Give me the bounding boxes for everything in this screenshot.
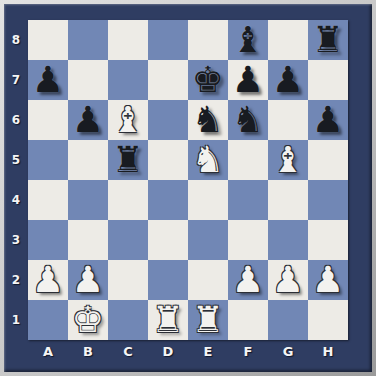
square-e4[interactable] bbox=[188, 180, 228, 220]
piece-black-pawn[interactable]: ♟ bbox=[32, 60, 64, 100]
square-e8[interactable] bbox=[188, 20, 228, 60]
piece-black-rook[interactable]: ♜ bbox=[112, 140, 144, 180]
square-h5[interactable] bbox=[308, 140, 348, 180]
chess-board: ♝♜♟♚♟♟♟♝♞♞♟♜♞♝♟♟♟♟♟♚♜♜ bbox=[28, 20, 348, 340]
square-b8[interactable] bbox=[68, 20, 108, 60]
square-b1[interactable]: ♚ bbox=[68, 300, 108, 340]
file-label-b: B bbox=[68, 340, 108, 366]
square-h6[interactable]: ♟ bbox=[308, 100, 348, 140]
square-f5[interactable] bbox=[228, 140, 268, 180]
square-e7[interactable]: ♚ bbox=[188, 60, 228, 100]
square-h1[interactable] bbox=[308, 300, 348, 340]
rank-label-5: 5 bbox=[4, 140, 28, 180]
piece-black-rook[interactable]: ♜ bbox=[312, 20, 344, 60]
square-d3[interactable] bbox=[148, 220, 188, 260]
rank-label-4: 4 bbox=[4, 180, 28, 220]
square-g8[interactable] bbox=[268, 20, 308, 60]
piece-white-king[interactable]: ♚ bbox=[72, 300, 104, 340]
square-c5[interactable]: ♜ bbox=[108, 140, 148, 180]
file-label-g: G bbox=[268, 340, 308, 366]
rank-label-2: 2 bbox=[4, 260, 28, 300]
square-g3[interactable] bbox=[268, 220, 308, 260]
square-c6[interactable]: ♝ bbox=[108, 100, 148, 140]
square-c3[interactable] bbox=[108, 220, 148, 260]
square-d2[interactable] bbox=[148, 260, 188, 300]
square-a4[interactable] bbox=[28, 180, 68, 220]
piece-white-bishop[interactable]: ♝ bbox=[112, 100, 144, 140]
square-b5[interactable] bbox=[68, 140, 108, 180]
square-b3[interactable] bbox=[68, 220, 108, 260]
square-e2[interactable] bbox=[188, 260, 228, 300]
rank-label-7: 7 bbox=[4, 60, 28, 100]
piece-white-pawn[interactable]: ♟ bbox=[72, 260, 104, 300]
piece-black-king[interactable]: ♚ bbox=[192, 60, 224, 100]
piece-black-pawn[interactable]: ♟ bbox=[272, 60, 304, 100]
piece-white-rook[interactable]: ♜ bbox=[152, 300, 184, 340]
square-b4[interactable] bbox=[68, 180, 108, 220]
square-d8[interactable] bbox=[148, 20, 188, 60]
square-a2[interactable]: ♟ bbox=[28, 260, 68, 300]
piece-white-pawn[interactable]: ♟ bbox=[312, 260, 344, 300]
piece-white-pawn[interactable]: ♟ bbox=[232, 260, 264, 300]
file-label-a: A bbox=[28, 340, 68, 366]
square-d1[interactable]: ♜ bbox=[148, 300, 188, 340]
rank-label-1: 1 bbox=[4, 300, 28, 340]
square-f1[interactable] bbox=[228, 300, 268, 340]
square-b6[interactable]: ♟ bbox=[68, 100, 108, 140]
square-e3[interactable] bbox=[188, 220, 228, 260]
file-label-h: H bbox=[308, 340, 348, 366]
square-h2[interactable]: ♟ bbox=[308, 260, 348, 300]
square-a5[interactable] bbox=[28, 140, 68, 180]
square-f2[interactable]: ♟ bbox=[228, 260, 268, 300]
square-f8[interactable]: ♝ bbox=[228, 20, 268, 60]
square-a8[interactable] bbox=[28, 20, 68, 60]
square-d4[interactable] bbox=[148, 180, 188, 220]
rank-label-3: 3 bbox=[4, 220, 28, 260]
file-labels: ABCDEFGH bbox=[28, 340, 348, 372]
square-h3[interactable] bbox=[308, 220, 348, 260]
square-e6[interactable]: ♞ bbox=[188, 100, 228, 140]
square-a7[interactable]: ♟ bbox=[28, 60, 68, 100]
piece-black-bishop[interactable]: ♝ bbox=[232, 20, 264, 60]
square-c7[interactable] bbox=[108, 60, 148, 100]
piece-white-pawn[interactable]: ♟ bbox=[32, 260, 64, 300]
rank-label-6: 6 bbox=[4, 100, 28, 140]
square-g7[interactable]: ♟ bbox=[268, 60, 308, 100]
piece-black-pawn[interactable]: ♟ bbox=[72, 100, 104, 140]
square-d5[interactable] bbox=[148, 140, 188, 180]
square-e5[interactable]: ♞ bbox=[188, 140, 228, 180]
square-g5[interactable]: ♝ bbox=[268, 140, 308, 180]
rank-labels: 87654321 bbox=[4, 20, 28, 340]
piece-black-pawn[interactable]: ♟ bbox=[232, 60, 264, 100]
file-label-d: D bbox=[148, 340, 188, 366]
square-f7[interactable]: ♟ bbox=[228, 60, 268, 100]
piece-white-knight[interactable]: ♞ bbox=[192, 140, 224, 180]
square-a1[interactable] bbox=[28, 300, 68, 340]
square-b7[interactable] bbox=[68, 60, 108, 100]
square-h8[interactable]: ♜ bbox=[308, 20, 348, 60]
piece-white-bishop[interactable]: ♝ bbox=[272, 140, 304, 180]
square-c8[interactable] bbox=[108, 20, 148, 60]
rank-label-8: 8 bbox=[4, 20, 28, 60]
piece-black-pawn[interactable]: ♟ bbox=[312, 100, 344, 140]
file-label-e: E bbox=[188, 340, 228, 366]
piece-white-pawn[interactable]: ♟ bbox=[272, 260, 304, 300]
square-h7[interactable] bbox=[308, 60, 348, 100]
square-d7[interactable] bbox=[148, 60, 188, 100]
square-c2[interactable] bbox=[108, 260, 148, 300]
piece-black-knight[interactable]: ♞ bbox=[192, 100, 224, 140]
square-g2[interactable]: ♟ bbox=[268, 260, 308, 300]
square-f6[interactable]: ♞ bbox=[228, 100, 268, 140]
board-border: 87654321 ABCDEFGH ♝♜♟♚♟♟♟♝♞♞♟♜♞♝♟♟♟♟♟♚♜♜ bbox=[4, 4, 372, 372]
piece-black-knight[interactable]: ♞ bbox=[232, 100, 264, 140]
square-g4[interactable] bbox=[268, 180, 308, 220]
square-e1[interactable]: ♜ bbox=[188, 300, 228, 340]
square-d6[interactable] bbox=[148, 100, 188, 140]
square-g1[interactable] bbox=[268, 300, 308, 340]
file-label-f: F bbox=[228, 340, 268, 366]
square-f4[interactable] bbox=[228, 180, 268, 220]
square-a3[interactable] bbox=[28, 220, 68, 260]
board-frame: 87654321 ABCDEFGH ♝♜♟♚♟♟♟♝♞♞♟♜♞♝♟♟♟♟♟♚♜♜ bbox=[0, 0, 376, 376]
square-b2[interactable]: ♟ bbox=[68, 260, 108, 300]
square-g6[interactable] bbox=[268, 100, 308, 140]
square-a6[interactable] bbox=[28, 100, 68, 140]
file-label-c: C bbox=[108, 340, 148, 366]
square-h4[interactable] bbox=[308, 180, 348, 220]
square-c1[interactable] bbox=[108, 300, 148, 340]
square-c4[interactable] bbox=[108, 180, 148, 220]
piece-white-rook[interactable]: ♜ bbox=[192, 300, 224, 340]
square-f3[interactable] bbox=[228, 220, 268, 260]
